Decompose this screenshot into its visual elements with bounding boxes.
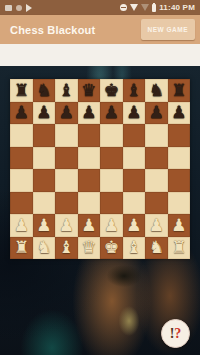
white-king[interactable]: ♚: [104, 239, 119, 256]
square-e1[interactable]: ♚: [100, 237, 123, 260]
square-g2[interactable]: ♟: [145, 214, 168, 237]
square-f2[interactable]: ♟: [123, 214, 146, 237]
square-e7[interactable]: ♟: [100, 102, 123, 125]
wifi-icon: [130, 4, 138, 11]
square-c7[interactable]: ♟: [55, 102, 78, 125]
square-b7[interactable]: ♟: [33, 102, 56, 125]
square-f6[interactable]: [123, 124, 146, 147]
square-b2[interactable]: ♟: [33, 214, 56, 237]
square-f7[interactable]: ♟: [123, 102, 146, 125]
square-b8[interactable]: ♞: [33, 79, 56, 102]
white-bishop[interactable]: ♝: [59, 239, 74, 256]
black-pawn[interactable]: ♟: [14, 104, 29, 121]
square-d7[interactable]: ♟: [78, 102, 101, 125]
black-rook[interactable]: ♜: [171, 81, 186, 98]
square-f1[interactable]: ♝: [123, 237, 146, 260]
chess-board[interactable]: ♜♞♝♛♚♝♞♜♟♟♟♟♟♟♟♟♟♟♟♟♟♟♟♟♜♞♝♛♚♝♞♜: [10, 79, 190, 259]
black-knight[interactable]: ♞: [149, 81, 164, 98]
square-g4[interactable]: [145, 169, 168, 192]
white-pawn[interactable]: ♟: [36, 216, 51, 233]
square-a2[interactable]: ♟: [10, 214, 33, 237]
do-not-disturb-icon: [120, 4, 127, 11]
image-icon: [5, 5, 12, 11]
white-bishop[interactable]: ♝: [126, 239, 141, 256]
square-b4[interactable]: [33, 169, 56, 192]
white-pawn[interactable]: ♟: [126, 216, 141, 233]
square-e2[interactable]: ♟: [100, 214, 123, 237]
square-d2[interactable]: ♟: [78, 214, 101, 237]
square-h6[interactable]: [168, 124, 191, 147]
square-a5[interactable]: [10, 147, 33, 170]
square-h5[interactable]: [168, 147, 191, 170]
square-b1[interactable]: ♞: [33, 237, 56, 260]
black-pawn[interactable]: ♟: [36, 104, 51, 121]
square-e3[interactable]: [100, 192, 123, 215]
square-d6[interactable]: [78, 124, 101, 147]
square-c5[interactable]: [55, 147, 78, 170]
notification-icons: [5, 4, 32, 12]
square-b5[interactable]: [33, 147, 56, 170]
white-pawn[interactable]: ♟: [171, 216, 186, 233]
signal-icon: [141, 4, 149, 11]
app-bar: Chess Blackout NEW GAME: [0, 15, 200, 44]
square-d8[interactable]: ♛: [78, 79, 101, 102]
chess-app-screen: 11:40 PM Chess Blackout NEW GAME ♜♞♝♛♚♝♞…: [0, 0, 200, 355]
black-pawn[interactable]: ♟: [81, 104, 96, 121]
black-queen[interactable]: ♛: [81, 81, 96, 98]
hint-question: ?: [174, 326, 181, 342]
white-rook[interactable]: ♜: [14, 239, 29, 256]
new-game-button[interactable]: NEW GAME: [141, 19, 195, 40]
square-d5[interactable]: [78, 147, 101, 170]
square-h2[interactable]: ♟: [168, 214, 191, 237]
square-c8[interactable]: ♝: [55, 79, 78, 102]
black-pawn[interactable]: ♟: [59, 104, 74, 121]
square-d1[interactable]: ♛: [78, 237, 101, 260]
square-b6[interactable]: [33, 124, 56, 147]
black-rook[interactable]: ♜: [14, 81, 29, 98]
square-a7[interactable]: ♟: [10, 102, 33, 125]
black-bishop[interactable]: ♝: [59, 81, 74, 98]
square-g1[interactable]: ♞: [145, 237, 168, 260]
black-pawn[interactable]: ♟: [104, 104, 119, 121]
square-a8[interactable]: ♜: [10, 79, 33, 102]
top-spacer-band: [0, 44, 200, 66]
square-b3[interactable]: [33, 192, 56, 215]
square-c3[interactable]: [55, 192, 78, 215]
square-f4[interactable]: [123, 169, 146, 192]
play-icon: [26, 4, 32, 12]
square-a4[interactable]: [10, 169, 33, 192]
white-pawn[interactable]: ♟: [14, 216, 29, 233]
square-e4[interactable]: [100, 169, 123, 192]
square-g5[interactable]: [145, 147, 168, 170]
black-king[interactable]: ♚: [104, 81, 119, 98]
page-title: Chess Blackout: [10, 24, 95, 36]
white-pawn[interactable]: ♟: [149, 216, 164, 233]
square-a3[interactable]: [10, 192, 33, 215]
system-icons: 11:40 PM: [120, 3, 195, 12]
square-f5[interactable]: [123, 147, 146, 170]
black-bishop[interactable]: ♝: [126, 81, 141, 98]
black-pawn[interactable]: ♟: [126, 104, 141, 121]
circle-icon: [16, 5, 22, 11]
square-e8[interactable]: ♚: [100, 79, 123, 102]
square-e5[interactable]: [100, 147, 123, 170]
square-g8[interactable]: ♞: [145, 79, 168, 102]
square-f3[interactable]: [123, 192, 146, 215]
square-a1[interactable]: ♜: [10, 237, 33, 260]
black-pawn[interactable]: ♟: [171, 104, 186, 121]
square-a6[interactable]: [10, 124, 33, 147]
square-h4[interactable]: [168, 169, 191, 192]
status-bar: 11:40 PM: [0, 0, 200, 15]
square-e6[interactable]: [100, 124, 123, 147]
square-f8[interactable]: ♝: [123, 79, 146, 102]
square-c1[interactable]: ♝: [55, 237, 78, 260]
white-pawn[interactable]: ♟: [59, 216, 74, 233]
square-h7[interactable]: ♟: [168, 102, 191, 125]
clock: 11:40 PM: [159, 3, 195, 12]
hint-button[interactable]: !?: [161, 319, 190, 348]
square-g3[interactable]: [145, 192, 168, 215]
square-c4[interactable]: [55, 169, 78, 192]
white-queen[interactable]: ♛: [81, 239, 96, 256]
white-pawn[interactable]: ♟: [104, 216, 119, 233]
square-d4[interactable]: [78, 169, 101, 192]
square-c6[interactable]: [55, 124, 78, 147]
white-knight[interactable]: ♞: [149, 239, 164, 256]
white-pawn[interactable]: ♟: [81, 216, 96, 233]
white-rook[interactable]: ♜: [171, 239, 186, 256]
square-h1[interactable]: ♜: [168, 237, 191, 260]
white-knight[interactable]: ♞: [36, 239, 51, 256]
square-g7[interactable]: ♟: [145, 102, 168, 125]
black-knight[interactable]: ♞: [36, 81, 51, 98]
battery-icon: [152, 4, 156, 12]
square-d3[interactable]: [78, 192, 101, 215]
square-g6[interactable]: [145, 124, 168, 147]
square-h3[interactable]: [168, 192, 191, 215]
square-h8[interactable]: ♜: [168, 79, 191, 102]
square-c2[interactable]: ♟: [55, 214, 78, 237]
black-pawn[interactable]: ♟: [149, 104, 164, 121]
